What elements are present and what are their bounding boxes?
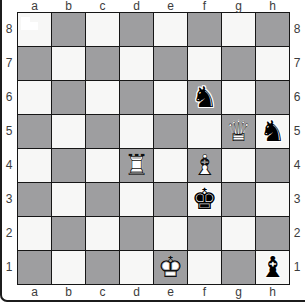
square-f2[interactable] [188,217,221,250]
square-c1[interactable] [86,251,119,284]
file-label-bottom-b: b [52,286,85,298]
piece-black-knight-f6[interactable]: ♞ [188,81,221,114]
square-f6[interactable]: ♞ [188,81,221,114]
rank-label-right-5: 5 [291,115,303,148]
file-label-top-h: h [256,0,289,12]
square-a1[interactable] [18,251,51,284]
square-g4[interactable] [222,149,255,182]
square-f7[interactable] [188,47,221,80]
rank-label-left-7: 7 [2,47,16,80]
square-h1[interactable]: ♝ [256,251,289,284]
square-e4[interactable] [154,149,187,182]
square-b3[interactable] [52,183,85,216]
square-a8[interactable] [18,13,51,46]
square-a6[interactable] [18,81,51,114]
square-b4[interactable] [52,149,85,182]
square-g8[interactable] [222,13,255,46]
square-a7[interactable] [18,47,51,80]
square-g2[interactable] [222,217,255,250]
render-artifact [21,17,38,30]
square-a5[interactable] [18,115,51,148]
square-h3[interactable] [256,183,289,216]
square-c8[interactable] [86,13,119,46]
rank-label-left-3: 3 [2,183,16,216]
square-h5[interactable]: ♞ [256,115,289,148]
square-b6[interactable] [52,81,85,114]
file-label-bottom-c: c [86,286,119,298]
square-e7[interactable] [154,47,187,80]
square-d6[interactable] [120,81,153,114]
square-e6[interactable] [154,81,187,114]
file-label-top-d: d [120,0,153,12]
rank-label-right-4: 4 [291,149,303,182]
square-a3[interactable] [18,183,51,216]
rank-label-left-1: 1 [2,251,16,284]
square-a2[interactable] [18,217,51,250]
file-label-top-e: e [154,0,187,12]
square-g3[interactable] [222,183,255,216]
square-g1[interactable] [222,251,255,284]
square-f5[interactable] [188,115,221,148]
square-f1[interactable] [188,251,221,284]
square-b1[interactable] [52,251,85,284]
rank-label-right-8: 8 [291,13,303,46]
file-label-top-b: b [52,0,85,12]
rank-label-left-2: 2 [2,217,16,250]
piece-white-rook-d4[interactable]: ♜♖ [120,149,153,182]
rank-label-left-6: 6 [2,81,16,114]
square-c3[interactable] [86,183,119,216]
file-label-bottom-e: e [154,286,187,298]
square-a4[interactable] [18,149,51,182]
square-c2[interactable] [86,217,119,250]
file-label-top-f: f [188,0,221,12]
square-g5[interactable]: ♛♕ [222,115,255,148]
file-label-top-a: a [18,0,51,12]
file-label-bottom-f: f [188,286,221,298]
square-d1[interactable] [120,251,153,284]
piece-white-queen-g5[interactable]: ♛♕ [222,115,255,148]
square-h8[interactable] [256,13,289,46]
square-g7[interactable] [222,47,255,80]
piece-white-king-e1[interactable]: ♚♔ [154,251,187,284]
rank-label-left-4: 4 [2,149,16,182]
chess-board: ♞♛♕♞♜♖♝♗♚♚♔♝ [17,12,290,285]
rank-label-right-7: 7 [291,47,303,80]
rank-label-right-2: 2 [291,217,303,250]
piece-white-bishop-f4[interactable]: ♝♗ [188,149,221,182]
square-d8[interactable] [120,13,153,46]
rank-label-right-1: 1 [291,251,303,284]
piece-black-king-f3[interactable]: ♚ [188,183,221,216]
square-h6[interactable] [256,81,289,114]
square-b2[interactable] [52,217,85,250]
square-e3[interactable] [154,183,187,216]
piece-black-bishop-h1[interactable]: ♝ [256,251,289,284]
chess-diagram: ♞♛♕♞♜♖♝♗♚♚♔♝ aabbccddeeffgghh88776655443… [0,0,305,305]
square-e2[interactable] [154,217,187,250]
rank-label-right-3: 3 [291,183,303,216]
square-f8[interactable] [188,13,221,46]
square-d4[interactable]: ♜♖ [120,149,153,182]
square-h2[interactable] [256,217,289,250]
square-c7[interactable] [86,47,119,80]
square-e1[interactable]: ♚♔ [154,251,187,284]
square-d5[interactable] [120,115,153,148]
file-label-top-g: g [222,0,255,12]
square-h4[interactable] [256,149,289,182]
file-label-bottom-a: a [18,286,51,298]
square-c4[interactable] [86,149,119,182]
square-g6[interactable] [222,81,255,114]
square-f3[interactable]: ♚ [188,183,221,216]
square-h7[interactable] [256,47,289,80]
rank-label-left-8: 8 [2,13,16,46]
rank-label-left-5: 5 [2,115,16,148]
square-c6[interactable] [86,81,119,114]
square-b7[interactable] [52,47,85,80]
rank-label-right-6: 6 [291,81,303,114]
square-b5[interactable] [52,115,85,148]
file-label-bottom-g: g [222,286,255,298]
piece-black-knight-h5[interactable]: ♞ [256,115,289,148]
square-e5[interactable] [154,115,187,148]
square-b8[interactable] [52,13,85,46]
file-label-bottom-d: d [120,286,153,298]
file-label-top-c: c [86,0,119,12]
square-d3[interactable] [120,183,153,216]
square-f4[interactable]: ♝♗ [188,149,221,182]
square-c5[interactable] [86,115,119,148]
square-d2[interactable] [120,217,153,250]
square-e8[interactable] [154,13,187,46]
file-label-bottom-h: h [256,286,289,298]
square-d7[interactable] [120,47,153,80]
